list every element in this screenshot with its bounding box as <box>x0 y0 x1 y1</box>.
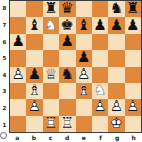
square-e1[interactable] <box>76 116 92 132</box>
file-label-c: c <box>42 133 59 142</box>
square-f4[interactable] <box>92 67 108 83</box>
white-to-move-indicator <box>0 132 7 139</box>
file-label-a: a <box>9 133 26 142</box>
white-bishop: ♗ <box>77 83 90 98</box>
square-d4[interactable]: ♞ <box>59 67 75 83</box>
square-c2[interactable] <box>43 99 59 115</box>
white-pawn: ♙ <box>126 100 139 115</box>
square-e7[interactable]: ♝ <box>76 17 92 33</box>
file-label-e: e <box>76 133 93 142</box>
black-pawn: ♟ <box>126 18 139 33</box>
square-e6[interactable] <box>76 34 92 50</box>
black-knight: ♞ <box>61 67 74 82</box>
square-g3[interactable] <box>108 83 124 99</box>
square-d2[interactable] <box>59 99 75 115</box>
square-c3[interactable] <box>43 83 59 99</box>
chess-board: ♜♛♞♜♝♞♘♚♝♟♟♟♟♟♟♟♙♟♛♕♞♟♙♝♗♝♗♞♘♟♙♟♙♟♙♟♙♜♖♜… <box>9 0 142 133</box>
white-king-fill: ♚ <box>110 116 123 131</box>
black-king: ♚ <box>61 18 74 33</box>
black-bishop: ♝ <box>28 18 41 33</box>
square-e3[interactable]: ♝♗ <box>76 83 92 99</box>
square-f7[interactable]: ♟ <box>92 17 108 33</box>
square-g6[interactable] <box>108 34 124 50</box>
white-rook: ♖ <box>44 116 57 131</box>
square-g5[interactable] <box>108 50 124 66</box>
square-f5[interactable] <box>92 50 108 66</box>
square-h1[interactable] <box>125 116 141 132</box>
square-b3[interactable]: ♝♗ <box>26 83 42 99</box>
white-knight: ♘ <box>93 83 106 98</box>
square-d5[interactable] <box>59 50 75 66</box>
file-label-b: b <box>26 133 43 142</box>
black-pawn: ♟ <box>77 51 90 66</box>
rank-labels: 87654321 <box>0 0 9 133</box>
rank-label-1: 1 <box>0 116 9 133</box>
chess-diagram: 87654321 ♜♛♞♜♝♞♘♚♝♟♟♟♟♟♟♟♙♟♛♕♞♟♙♝♗♝♗♞♘♟♙… <box>0 0 142 142</box>
black-bishop: ♝ <box>77 18 90 33</box>
white-pawn-fill: ♟ <box>28 100 41 115</box>
black-rook: ♜ <box>44 1 57 16</box>
square-g1[interactable]: ♚♔ <box>108 116 124 132</box>
square-c8[interactable]: ♜ <box>43 1 59 17</box>
square-a4[interactable]: ♟♙ <box>10 67 26 83</box>
square-f8[interactable] <box>92 1 108 17</box>
rank-label-5: 5 <box>0 50 9 67</box>
rank-label-7: 7 <box>0 17 9 34</box>
black-pawn: ♟ <box>61 34 74 49</box>
white-pawn-fill: ♟ <box>110 100 123 115</box>
square-d8[interactable]: ♛ <box>59 1 75 17</box>
rank-label-6: 6 <box>0 33 9 50</box>
file-label-h: h <box>125 133 142 142</box>
square-c5[interactable] <box>43 50 59 66</box>
square-b5[interactable] <box>26 50 42 66</box>
square-f6[interactable] <box>92 34 108 50</box>
white-knight: ♘ <box>44 18 57 33</box>
square-h4[interactable] <box>125 67 141 83</box>
square-h2[interactable]: ♟♙ <box>125 99 141 115</box>
square-f2[interactable]: ♟♙ <box>92 99 108 115</box>
square-h3[interactable] <box>125 83 141 99</box>
square-c1[interactable]: ♜♖ <box>43 116 59 132</box>
file-label-g: g <box>109 133 126 142</box>
square-h5[interactable] <box>125 50 141 66</box>
square-d1[interactable]: ♜♖ <box>59 116 75 132</box>
square-f1[interactable] <box>92 116 108 132</box>
rank-label-4: 4 <box>0 67 9 84</box>
white-pawn: ♙ <box>77 67 90 82</box>
square-a1[interactable] <box>10 116 26 132</box>
white-bishop-fill: ♝ <box>77 83 90 98</box>
square-a5[interactable] <box>10 50 26 66</box>
file-labels: abcdefgh <box>9 133 142 142</box>
square-a8[interactable] <box>10 1 26 17</box>
square-b2[interactable]: ♟♙ <box>26 99 42 115</box>
square-f3[interactable]: ♞♘ <box>92 83 108 99</box>
white-queen-fill: ♛ <box>44 67 57 82</box>
rank-label-3: 3 <box>0 83 9 100</box>
white-pawn: ♙ <box>11 67 24 82</box>
square-g2[interactable]: ♟♙ <box>108 99 124 115</box>
black-rook: ♜ <box>126 1 139 16</box>
white-rook: ♖ <box>61 116 74 131</box>
square-a3[interactable] <box>10 83 26 99</box>
white-pawn-fill: ♟ <box>93 100 106 115</box>
white-pawn: ♙ <box>110 100 123 115</box>
square-c7[interactable]: ♞♘ <box>43 17 59 33</box>
square-b7[interactable]: ♝ <box>26 17 42 33</box>
square-d7[interactable]: ♚ <box>59 17 75 33</box>
file-label-d: d <box>59 133 76 142</box>
square-a6[interactable]: ♟ <box>10 34 26 50</box>
white-bishop: ♗ <box>28 83 41 98</box>
white-rook-fill: ♜ <box>44 116 57 131</box>
white-rook-fill: ♜ <box>61 116 74 131</box>
rank-label-8: 8 <box>0 0 9 17</box>
square-a2[interactable] <box>10 99 26 115</box>
square-h7[interactable]: ♟ <box>125 17 141 33</box>
white-bishop-fill: ♝ <box>28 83 41 98</box>
white-pawn-fill: ♟ <box>77 67 90 82</box>
black-knight: ♞ <box>110 1 123 16</box>
white-pawn-fill: ♟ <box>11 67 24 82</box>
square-g8[interactable]: ♞ <box>108 1 124 17</box>
black-pawn: ♟ <box>110 18 123 33</box>
black-queen: ♛ <box>61 1 74 16</box>
black-pawn: ♟ <box>93 18 106 33</box>
square-a7[interactable] <box>10 17 26 33</box>
square-h6[interactable] <box>125 34 141 50</box>
square-b8[interactable] <box>26 1 42 17</box>
square-b6[interactable] <box>26 34 42 50</box>
white-pawn-fill: ♟ <box>126 100 139 115</box>
square-d3[interactable] <box>59 83 75 99</box>
square-d6[interactable]: ♟ <box>59 34 75 50</box>
white-king: ♔ <box>110 116 123 131</box>
white-pawn: ♙ <box>28 100 41 115</box>
white-queen: ♕ <box>44 67 57 82</box>
white-pawn: ♙ <box>93 100 106 115</box>
square-h8[interactable]: ♜ <box>125 1 141 17</box>
square-g4[interactable] <box>108 67 124 83</box>
square-e5[interactable]: ♟ <box>76 50 92 66</box>
square-b4[interactable]: ♟ <box>26 67 42 83</box>
square-c6[interactable] <box>43 34 59 50</box>
black-pawn: ♟ <box>28 67 41 82</box>
square-g7[interactable]: ♟ <box>108 17 124 33</box>
black-pawn: ♟ <box>11 34 24 49</box>
file-label-f: f <box>92 133 109 142</box>
square-e2[interactable] <box>76 99 92 115</box>
white-knight-fill: ♞ <box>44 18 57 33</box>
square-e8[interactable] <box>76 1 92 17</box>
square-b1[interactable] <box>26 116 42 132</box>
rank-label-2: 2 <box>0 100 9 117</box>
square-e4[interactable]: ♟♙ <box>76 67 92 83</box>
white-knight-fill: ♞ <box>93 83 106 98</box>
square-c4[interactable]: ♛♕ <box>43 67 59 83</box>
